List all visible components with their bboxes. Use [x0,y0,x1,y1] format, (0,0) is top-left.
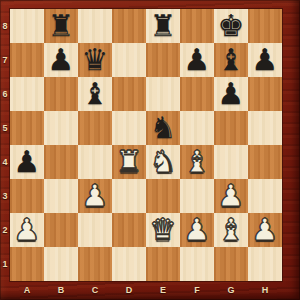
square-e8[interactable]: ♜ [146,9,180,43]
square-h7[interactable]: ♟ [248,43,282,77]
rank-label-6: 6 [0,77,10,111]
square-c2[interactable] [78,213,112,247]
square-f4[interactable]: ♝ [180,145,214,179]
square-b1[interactable] [44,247,78,281]
square-g1[interactable] [214,247,248,281]
square-g6[interactable]: ♟ [214,77,248,111]
square-b4[interactable] [44,145,78,179]
square-f6[interactable] [180,77,214,111]
black-knight-icon: ♞ [150,111,177,145]
rank-label-2: 2 [0,213,10,247]
square-h5[interactable] [248,111,282,145]
square-f8[interactable] [180,9,214,43]
square-a8[interactable] [10,9,44,43]
rank-label-3: 3 [0,179,10,213]
white-bishop-icon: ♝ [184,145,211,179]
white-bishop-icon: ♝ [218,213,245,247]
square-d3[interactable] [112,179,146,213]
chessboard-diagram: ♜♜♚♟♛♟♝♟♝♟♞♟♜♞♝♟♟♟♛♟♝♟ 87654321 ABCDEFGH [0,0,300,300]
square-a4[interactable]: ♟ [10,145,44,179]
square-d7[interactable] [112,43,146,77]
square-h3[interactable] [248,179,282,213]
square-a1[interactable] [10,247,44,281]
black-queen-icon: ♛ [82,43,109,77]
square-b5[interactable] [44,111,78,145]
square-a3[interactable] [10,179,44,213]
square-b7[interactable]: ♟ [44,43,78,77]
black-king-icon: ♚ [218,9,245,43]
file-label-c: C [78,282,112,300]
square-g5[interactable] [214,111,248,145]
square-e2[interactable]: ♛ [146,213,180,247]
board: ♜♜♚♟♛♟♝♟♝♟♞♟♜♞♝♟♟♟♛♟♝♟ [10,9,282,281]
square-b6[interactable] [44,77,78,111]
square-c7[interactable]: ♛ [78,43,112,77]
square-c1[interactable] [78,247,112,281]
black-pawn-icon: ♟ [48,43,75,77]
square-f7[interactable]: ♟ [180,43,214,77]
rank-label-5: 5 [0,111,10,145]
square-b3[interactable] [44,179,78,213]
file-label-f: F [180,282,214,300]
square-h6[interactable] [248,77,282,111]
square-c4[interactable] [78,145,112,179]
black-bishop-icon: ♝ [218,43,245,77]
file-label-h: H [248,282,282,300]
square-d1[interactable] [112,247,146,281]
square-f2[interactable]: ♟ [180,213,214,247]
white-rook-icon: ♜ [116,145,143,179]
square-d4[interactable]: ♜ [112,145,146,179]
black-rook-icon: ♜ [150,9,177,43]
black-pawn-icon: ♟ [184,43,211,77]
square-c6[interactable]: ♝ [78,77,112,111]
file-label-g: G [214,282,248,300]
black-rook-icon: ♜ [48,9,75,43]
square-e7[interactable] [146,43,180,77]
square-e5[interactable]: ♞ [146,111,180,145]
square-g8[interactable]: ♚ [214,9,248,43]
square-h1[interactable] [248,247,282,281]
rank-label-1: 1 [0,247,10,281]
rank-label-7: 7 [0,43,10,77]
square-f3[interactable] [180,179,214,213]
rank-label-4: 4 [0,145,10,179]
rank-label-8: 8 [0,9,10,43]
black-pawn-icon: ♟ [218,77,245,111]
square-a2[interactable]: ♟ [10,213,44,247]
file-label-b: B [44,282,78,300]
square-d8[interactable] [112,9,146,43]
square-f1[interactable] [180,247,214,281]
square-d2[interactable] [112,213,146,247]
white-pawn-icon: ♟ [14,213,41,247]
square-d6[interactable] [112,77,146,111]
square-h2[interactable]: ♟ [248,213,282,247]
square-f5[interactable] [180,111,214,145]
black-pawn-icon: ♟ [14,145,41,179]
file-label-a: A [10,282,44,300]
square-h8[interactable] [248,9,282,43]
square-a6[interactable] [10,77,44,111]
square-g3[interactable]: ♟ [214,179,248,213]
white-pawn-icon: ♟ [184,213,211,247]
file-label-e: E [146,282,180,300]
white-pawn-icon: ♟ [82,179,109,213]
white-pawn-icon: ♟ [218,179,245,213]
square-e6[interactable] [146,77,180,111]
square-a7[interactable] [10,43,44,77]
black-bishop-icon: ♝ [82,77,109,111]
white-queen-icon: ♛ [150,213,177,247]
black-pawn-icon: ♟ [252,43,279,77]
square-b8[interactable]: ♜ [44,9,78,43]
square-h4[interactable] [248,145,282,179]
white-pawn-icon: ♟ [252,213,279,247]
square-e4[interactable]: ♞ [146,145,180,179]
square-c3[interactable]: ♟ [78,179,112,213]
square-c5[interactable] [78,111,112,145]
square-c8[interactable] [78,9,112,43]
file-label-d: D [112,282,146,300]
square-e3[interactable] [146,179,180,213]
square-g2[interactable]: ♝ [214,213,248,247]
square-e1[interactable] [146,247,180,281]
white-knight-icon: ♞ [150,145,177,179]
square-a5[interactable] [10,111,44,145]
square-d5[interactable] [112,111,146,145]
square-g7[interactable]: ♝ [214,43,248,77]
square-b2[interactable] [44,213,78,247]
square-g4[interactable] [214,145,248,179]
